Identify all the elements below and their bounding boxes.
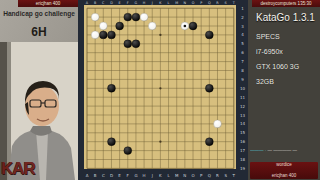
challenge-title: Handicap go challenge	[0, 10, 78, 18]
board-coordinate: 7	[241, 59, 244, 64]
black-stone-F3	[124, 147, 132, 155]
board-coordinate: F	[127, 1, 129, 5]
leaderboard-label: destroycomputers 135:30	[252, 0, 320, 7]
specs-title: SPECS	[256, 31, 320, 42]
white-stone-R6	[214, 120, 222, 128]
board-coordinate: D	[110, 1, 113, 5]
board-coordinate: 19	[240, 166, 246, 171]
spec-ram: 32GB	[256, 76, 320, 87]
spec-cpu: i7-6950x	[256, 46, 320, 57]
board-coordinate: 18	[240, 157, 246, 162]
black-stone-Q16	[205, 31, 213, 39]
board-coordinate: L	[168, 1, 170, 5]
white-stone-B18	[91, 13, 99, 21]
go-board[interactable]: AABBCCDDEEFFGGHHJJKKLLMMNNOOPPQQRRSSTT12…	[78, 0, 250, 180]
white-stone-J17	[148, 22, 156, 30]
webcam-panel: ericjhan 400 Handicap go challenge 6H	[0, 0, 78, 180]
white-stone-H18	[140, 13, 148, 21]
supporters-box: wordice ericjhan 400 destroycomputers 13…	[250, 162, 318, 179]
board-coordinate: M	[175, 1, 178, 5]
board-coordinate: G	[135, 1, 138, 5]
supporter-entry: ericjhan 400	[250, 173, 318, 179]
board-coordinate: 12	[240, 104, 246, 109]
board-coordinate: G	[134, 173, 137, 178]
chat-message: ——— · — ———— —	[250, 147, 320, 154]
leaderboard-bar: destroycomputers 135:30	[252, 0, 320, 7]
board-coordinate: 17	[240, 148, 246, 153]
board-coordinate: D	[110, 173, 113, 178]
board-coordinate: R	[216, 173, 219, 178]
black-stone-O17	[189, 22, 197, 30]
board-coordinate: 2	[241, 15, 244, 20]
white-stone-C17	[99, 22, 107, 30]
engine-name: KataGo 1.3.1	[256, 12, 320, 23]
board-coordinate: Q	[208, 1, 211, 5]
black-stone-C16	[99, 31, 107, 39]
board-coordinate: C	[102, 173, 105, 178]
board-coordinate: B	[94, 173, 97, 178]
black-stone-D10	[108, 84, 116, 92]
board-coordinate: S	[224, 173, 227, 178]
board-coordinate: O	[191, 173, 194, 178]
board-coordinate: M	[175, 173, 179, 178]
board-coordinate: P	[200, 1, 202, 5]
board-coordinate: 9	[241, 77, 244, 82]
board-coordinate: 16	[240, 139, 246, 144]
black-stone-D16	[108, 31, 116, 39]
board-coordinate: Q	[208, 173, 211, 178]
stream-screenshot: { "game": "go", "left_panel": { "top_bar…	[0, 0, 320, 180]
player-name-label: ericjhan 400	[18, 0, 78, 7]
board-coordinate: 6	[241, 50, 244, 55]
board-coordinate: 14	[240, 121, 246, 126]
black-stone-E17	[116, 22, 124, 30]
board-coordinate: 8	[241, 68, 244, 73]
black-stone-D4	[108, 138, 116, 146]
board-coordinate: 5	[241, 41, 244, 46]
board-coordinate: 10	[240, 86, 246, 91]
board-coordinate: T	[232, 173, 236, 178]
board-coordinate: J	[151, 173, 153, 178]
board-coordinate: S	[225, 1, 227, 5]
board-coordinate: O	[192, 1, 195, 5]
handicap-label: 6H	[0, 25, 78, 39]
board-coordinate: N	[183, 173, 186, 178]
specs-block: SPECS i7-6950x GTX 1060 3G 32GB	[256, 31, 320, 91]
chat-text: — ———— —	[268, 148, 298, 153]
board-coordinate: 3	[241, 24, 244, 29]
last-move-marker	[184, 25, 187, 28]
challenge-title-wrap: Handicap go challenge	[0, 10, 78, 24]
board-coordinate: 15	[240, 130, 246, 135]
player-name-bar: ericjhan 400	[18, 0, 78, 7]
board-coordinate: E	[119, 1, 121, 5]
white-stone-B16	[91, 31, 99, 39]
black-stone-G18	[132, 13, 140, 21]
board-coordinate: N	[184, 1, 187, 5]
board-coordinate: K	[159, 173, 162, 178]
board-coordinate: 11	[240, 95, 246, 100]
webcam-video: KAR	[0, 42, 78, 180]
board-coordinate: A	[86, 173, 89, 178]
watermark-text: KAR	[1, 159, 35, 179]
supporter-entry: wordice	[250, 162, 318, 168]
black-stone-Q4	[205, 138, 213, 146]
board-coordinate: J	[151, 1, 153, 5]
black-stone-F15	[124, 40, 132, 48]
spec-gpu: GTX 1060 3G	[256, 61, 320, 72]
chat-overlay: ——— · — ———— — ● ———— —— ♦	[250, 147, 320, 162]
board-coordinate: 1	[241, 6, 244, 11]
board-coordinate: 13	[240, 113, 246, 118]
black-stone-G15	[132, 40, 140, 48]
board-coordinate: H	[143, 173, 146, 178]
board-coordinate: H	[143, 1, 146, 5]
board-coordinate: 4	[241, 32, 244, 37]
black-stone-F18	[124, 13, 132, 21]
black-stone-Q10	[205, 84, 213, 92]
chat-username: ——— ·	[250, 148, 266, 153]
